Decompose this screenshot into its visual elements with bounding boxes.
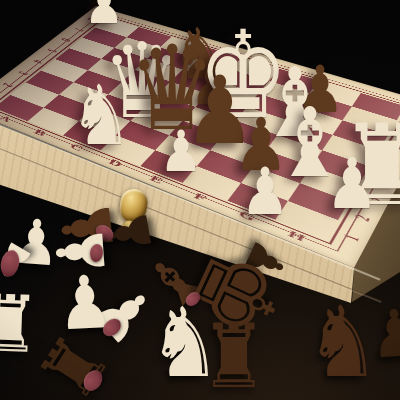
scattered-dark-knight-t15: ♞ [306,293,380,391]
piece-white-pawn-f1: ♟ [241,159,290,224]
piece-white-pawn-e1: ♟ [160,123,203,180]
chess-set-photo: ABCDEFGH1122334455667788 ♟♞♟♟♛♚♛♝♞♟♟♟♝♜♟… [0,0,400,400]
piece-white-knight-c2: ♞ [70,74,133,157]
piece-white-pawn-h1: ♟ [326,149,379,219]
scattered-dark-rook-t14: ♜ [201,313,267,400]
